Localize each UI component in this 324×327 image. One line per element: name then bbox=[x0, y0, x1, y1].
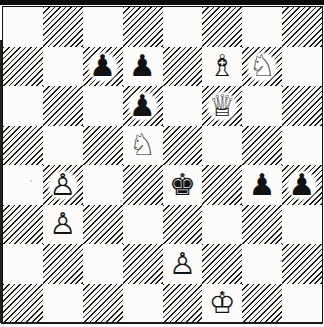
white-pawn-b4: ♙ bbox=[45, 166, 81, 203]
square-d8[interactable] bbox=[123, 7, 163, 47]
black-pawn-d7: ♟ bbox=[125, 48, 161, 85]
square-b1[interactable] bbox=[43, 284, 83, 324]
square-c5[interactable] bbox=[83, 126, 123, 166]
square-e3[interactable] bbox=[163, 205, 203, 245]
square-e8[interactable] bbox=[163, 7, 203, 47]
square-d2[interactable] bbox=[123, 244, 163, 284]
bottom-border-rule bbox=[1, 322, 323, 324]
square-d7[interactable]: ♟ bbox=[123, 47, 163, 87]
square-g4[interactable]: ♟ bbox=[242, 165, 282, 205]
square-g1[interactable] bbox=[242, 284, 282, 324]
square-e7[interactable] bbox=[163, 47, 203, 87]
top-border-rule bbox=[0, 0, 324, 5]
square-a8[interactable] bbox=[3, 7, 43, 47]
black-pawn-d6: ♟ bbox=[125, 87, 161, 124]
square-b3[interactable]: ♙ bbox=[43, 205, 83, 245]
square-b8[interactable] bbox=[43, 7, 83, 47]
square-d6[interactable]: ♟ bbox=[123, 86, 163, 126]
square-h1[interactable] bbox=[282, 284, 322, 324]
square-c3[interactable] bbox=[83, 205, 123, 245]
square-c7[interactable]: ♟ bbox=[83, 47, 123, 87]
square-f5[interactable] bbox=[202, 126, 242, 166]
square-h4[interactable]: ♟ bbox=[282, 165, 322, 205]
square-f4[interactable] bbox=[202, 165, 242, 205]
square-b7[interactable] bbox=[43, 47, 83, 87]
square-a6[interactable] bbox=[3, 86, 43, 126]
white-pawn-e2: ♙ bbox=[164, 245, 200, 282]
square-d3[interactable] bbox=[123, 205, 163, 245]
square-c2[interactable] bbox=[83, 244, 123, 284]
square-b6[interactable] bbox=[43, 86, 83, 126]
square-b5[interactable] bbox=[43, 126, 83, 166]
black-pawn-g4: ♟ bbox=[244, 166, 280, 203]
square-d5[interactable]: ♘ bbox=[123, 126, 163, 166]
square-d4[interactable] bbox=[123, 165, 163, 205]
square-e5[interactable] bbox=[163, 126, 203, 166]
white-knight-g7: ♘ bbox=[244, 48, 280, 85]
square-g8[interactable] bbox=[242, 7, 282, 47]
square-g2[interactable] bbox=[242, 244, 282, 284]
square-e4[interactable]: ♚ bbox=[163, 165, 203, 205]
black-pawn-h4: ♟ bbox=[284, 166, 320, 203]
square-a5[interactable] bbox=[3, 126, 43, 166]
white-king-f1: ♔ bbox=[204, 285, 240, 322]
newspaper-chess-diagram: ♟♟♗♘♟♕♘♙♚♟♟♙♙♔ bbox=[0, 0, 324, 327]
square-c4[interactable] bbox=[83, 165, 123, 205]
white-queen-f6: ♕ bbox=[204, 87, 240, 124]
square-f1[interactable]: ♔ bbox=[202, 284, 242, 324]
square-h6[interactable] bbox=[282, 86, 322, 126]
square-e1[interactable] bbox=[163, 284, 203, 324]
square-f2[interactable] bbox=[202, 244, 242, 284]
square-g6[interactable] bbox=[242, 86, 282, 126]
square-g5[interactable] bbox=[242, 126, 282, 166]
square-a4[interactable] bbox=[3, 165, 43, 205]
square-c8[interactable] bbox=[83, 7, 123, 47]
square-h7[interactable] bbox=[282, 47, 322, 87]
square-h5[interactable] bbox=[282, 126, 322, 166]
square-f6[interactable]: ♕ bbox=[202, 86, 242, 126]
square-d1[interactable] bbox=[123, 284, 163, 324]
square-a2[interactable] bbox=[3, 244, 43, 284]
square-f8[interactable] bbox=[202, 7, 242, 47]
square-a1[interactable] bbox=[3, 284, 43, 324]
square-h8[interactable] bbox=[282, 7, 322, 47]
square-f7[interactable]: ♗ bbox=[202, 47, 242, 87]
square-b4[interactable]: ♙ bbox=[43, 165, 83, 205]
square-b2[interactable] bbox=[43, 244, 83, 284]
square-g3[interactable] bbox=[242, 205, 282, 245]
square-e6[interactable] bbox=[163, 86, 203, 126]
black-king-e4: ♚ bbox=[164, 166, 200, 203]
square-a7[interactable] bbox=[3, 47, 43, 87]
square-c1[interactable] bbox=[83, 284, 123, 324]
square-e2[interactable]: ♙ bbox=[163, 244, 203, 284]
square-g7[interactable]: ♘ bbox=[242, 47, 282, 87]
square-a3[interactable] bbox=[3, 205, 43, 245]
white-knight-d5: ♘ bbox=[125, 127, 161, 164]
square-h3[interactable] bbox=[282, 205, 322, 245]
square-h2[interactable] bbox=[282, 244, 322, 284]
white-bishop-f7: ♗ bbox=[204, 48, 240, 85]
square-f3[interactable] bbox=[202, 205, 242, 245]
square-c6[interactable] bbox=[83, 86, 123, 126]
white-pawn-b3: ♙ bbox=[45, 206, 81, 243]
chess-board: ♟♟♗♘♟♕♘♙♚♟♟♙♙♔ bbox=[2, 6, 323, 324]
black-pawn-c7: ♟ bbox=[85, 48, 121, 85]
